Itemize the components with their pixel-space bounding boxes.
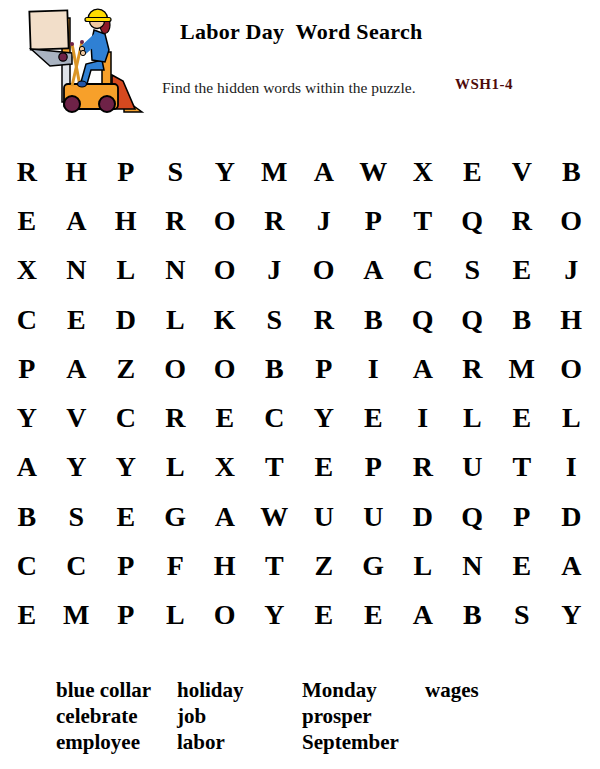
- word-list-item: celebrate: [56, 703, 151, 729]
- grid-cell-r4c9: Q: [398, 295, 448, 344]
- grid-cell-r3c12: J: [547, 246, 597, 295]
- grid-cell-r7c10: U: [448, 443, 498, 492]
- grid-cell-r3c8: A: [349, 246, 399, 295]
- grid-cell-r2c12: O: [547, 196, 597, 245]
- grid-cell-r2c11: R: [497, 196, 547, 245]
- lever-knob: [70, 42, 74, 46]
- grid-cell-r6c9: I: [398, 393, 448, 442]
- grid-cell-r4c11: B: [497, 295, 547, 344]
- grid-cell-r6c4: R: [151, 393, 201, 442]
- grid-cell-r6c6: C: [250, 393, 300, 442]
- grid-cell-r10c10: B: [448, 591, 498, 640]
- grid-cell-r9c3: P: [101, 541, 151, 590]
- grid-cell-r3c11: E: [497, 246, 547, 295]
- grid-cell-r1c9: X: [398, 147, 448, 196]
- instructions-text: Find the hidden words within the puzzle.: [162, 79, 416, 97]
- grid-cell-r8c4: G: [151, 492, 201, 541]
- grid-cell-r7c3: Y: [101, 443, 151, 492]
- grid-cell-r4c8: B: [349, 295, 399, 344]
- word-list-item: labor: [177, 729, 244, 755]
- grid-cell-r2c3: H: [101, 196, 151, 245]
- grid-cell-r5c11: M: [497, 344, 547, 393]
- grid-cell-r8c6: W: [250, 492, 300, 541]
- grid-cell-r9c1: C: [2, 541, 52, 590]
- grid-cell-r6c12: L: [547, 393, 597, 442]
- grid-cell-r1c4: S: [151, 147, 201, 196]
- grid-cell-r5c9: A: [398, 344, 448, 393]
- grid-cell-r5c3: Z: [101, 344, 151, 393]
- grid-cell-r1c7: A: [299, 147, 349, 196]
- word-list: blue collarcelebrateemployee holidayjobl…: [0, 677, 600, 765]
- word-list-item: blue collar: [56, 677, 151, 703]
- grid-cell-r8c8: U: [349, 492, 399, 541]
- grid-cell-r4c5: K: [200, 295, 250, 344]
- grid-cell-r10c2: M: [52, 591, 102, 640]
- grid-cell-r6c10: L: [448, 393, 498, 442]
- word-list-column-3: MondayprosperSeptember: [302, 677, 399, 755]
- forklift-worker-clipart-icon: [28, 4, 146, 118]
- grid-cell-r1c2: H: [52, 147, 102, 196]
- grid-cell-r5c2: A: [52, 344, 102, 393]
- grid-cell-r10c3: P: [101, 591, 151, 640]
- grid-cell-r4c1: C: [2, 295, 52, 344]
- grid-cell-r6c3: C: [101, 393, 151, 442]
- worker-hand: [80, 50, 85, 55]
- word-list-item: Monday: [302, 677, 399, 703]
- grid-cell-r6c11: E: [497, 393, 547, 442]
- grid-cell-r7c2: Y: [52, 443, 102, 492]
- worker-hard-hat-brim: [85, 18, 111, 22]
- grid-cell-r9c8: G: [349, 541, 399, 590]
- grid-cell-r10c4: L: [151, 591, 201, 640]
- grid-cell-r1c6: M: [250, 147, 300, 196]
- grid-cell-r4c6: S: [250, 295, 300, 344]
- grid-cell-r7c7: E: [299, 443, 349, 492]
- grid-cell-r1c8: W: [349, 147, 399, 196]
- grid-cell-r8c12: D: [547, 492, 597, 541]
- grid-cell-r6c2: V: [52, 393, 102, 442]
- grid-cell-r1c3: P: [101, 147, 151, 196]
- grid-cell-r10c12: Y: [547, 591, 597, 640]
- grid-cell-r2c7: J: [299, 196, 349, 245]
- grid-cell-r3c3: L: [101, 246, 151, 295]
- grid-cell-r8c2: S: [52, 492, 102, 541]
- lever-knob: [80, 40, 84, 44]
- grid-cell-r5c7: P: [299, 344, 349, 393]
- grid-cell-r6c8: E: [349, 393, 399, 442]
- grid-cell-r8c10: Q: [448, 492, 498, 541]
- grid-cell-r2c6: R: [250, 196, 300, 245]
- word-list-item: employee: [56, 729, 151, 755]
- grid-cell-r4c2: E: [52, 295, 102, 344]
- grid-cell-r2c4: R: [151, 196, 201, 245]
- grid-cell-r7c5: X: [200, 443, 250, 492]
- word-list-item: wages: [425, 677, 479, 703]
- grid-cell-r9c10: N: [448, 541, 498, 590]
- grid-cell-r2c9: T: [398, 196, 448, 245]
- grid-cell-r3c7: O: [299, 246, 349, 295]
- grid-cell-r3c9: C: [398, 246, 448, 295]
- grid-cell-r7c9: R: [398, 443, 448, 492]
- grid-cell-r1c12: B: [547, 147, 597, 196]
- grid-cell-r2c10: Q: [448, 196, 498, 245]
- grid-cell-r7c4: L: [151, 443, 201, 492]
- grid-cell-r7c11: T: [497, 443, 547, 492]
- grid-cell-r10c1: E: [2, 591, 52, 640]
- worker-legs: [81, 60, 104, 84]
- word-list-column-2: holidayjoblabor: [177, 677, 244, 755]
- grid-cell-r7c8: P: [349, 443, 399, 492]
- worker-shoe: [78, 81, 87, 87]
- grid-cell-r3c1: X: [2, 246, 52, 295]
- worksheet-code: WSH1-4: [455, 76, 513, 93]
- grid-cell-r9c11: E: [497, 541, 547, 590]
- forklift-bolt: [59, 53, 67, 61]
- forklift-front-wheel: [64, 96, 80, 112]
- grid-cell-r7c6: T: [250, 443, 300, 492]
- grid-cell-r8c5: A: [200, 492, 250, 541]
- grid-cell-r5c4: O: [151, 344, 201, 393]
- grid-cell-r3c6: J: [250, 246, 300, 295]
- word-list-item: prosper: [302, 703, 399, 729]
- grid-cell-r10c9: A: [398, 591, 448, 640]
- grid-cell-r8c11: P: [497, 492, 547, 541]
- word-list-item: job: [177, 703, 244, 729]
- grid-cell-r3c5: O: [200, 246, 250, 295]
- grid-cell-r9c6: T: [250, 541, 300, 590]
- grid-cell-r6c7: Y: [299, 393, 349, 442]
- grid-cell-r10c7: E: [299, 591, 349, 640]
- grid-cell-r5c1: P: [2, 344, 52, 393]
- word-search-grid: RHPSYMAWXEVBEAHRORJPTQROXNLNOJOACSEJCEDL…: [2, 147, 596, 640]
- grid-cell-r9c7: Z: [299, 541, 349, 590]
- grid-cell-r10c11: S: [497, 591, 547, 640]
- grid-cell-r9c9: L: [398, 541, 448, 590]
- grid-cell-r9c4: F: [151, 541, 201, 590]
- worksheet-page: Labor Day Word Search Find the hidden wo…: [0, 0, 600, 769]
- grid-cell-r1c11: V: [497, 147, 547, 196]
- grid-cell-r4c10: Q: [448, 295, 498, 344]
- grid-cell-r4c7: R: [299, 295, 349, 344]
- forklift-load-box: [29, 10, 68, 49]
- grid-cell-r7c1: A: [2, 443, 52, 492]
- grid-cell-r9c12: A: [547, 541, 597, 590]
- grid-cell-r9c5: H: [200, 541, 250, 590]
- page-title: Labor Day Word Search: [180, 19, 423, 45]
- grid-cell-r4c12: H: [547, 295, 597, 344]
- grid-cell-r1c10: E: [448, 147, 498, 196]
- word-list-column-1: blue collarcelebrateemployee: [56, 677, 151, 755]
- grid-cell-r8c1: B: [2, 492, 52, 541]
- grid-cell-r1c1: R: [2, 147, 52, 196]
- grid-cell-r2c5: O: [200, 196, 250, 245]
- grid-cell-r5c8: I: [349, 344, 399, 393]
- word-list-item: September: [302, 729, 399, 755]
- grid-cell-r8c3: E: [101, 492, 151, 541]
- grid-cell-r5c5: O: [200, 344, 250, 393]
- grid-cell-r4c3: D: [101, 295, 151, 344]
- grid-cell-r6c5: E: [200, 393, 250, 442]
- grid-cell-r2c1: E: [2, 196, 52, 245]
- grid-cell-r9c2: C: [52, 541, 102, 590]
- forklift-rear-wheel: [99, 96, 115, 112]
- grid-cell-r3c2: N: [52, 246, 102, 295]
- grid-cell-r5c10: R: [448, 344, 498, 393]
- word-list-column-4: wages: [425, 677, 479, 703]
- grid-cell-r6c1: Y: [2, 393, 52, 442]
- grid-cell-r5c12: O: [547, 344, 597, 393]
- grid-cell-r3c10: S: [448, 246, 498, 295]
- grid-cell-r10c5: O: [200, 591, 250, 640]
- grid-cell-r10c8: E: [349, 591, 399, 640]
- word-list-item: holiday: [177, 677, 244, 703]
- grid-cell-r10c6: Y: [250, 591, 300, 640]
- grid-cell-r3c4: N: [151, 246, 201, 295]
- grid-cell-r7c12: I: [547, 443, 597, 492]
- grid-cell-r8c7: U: [299, 492, 349, 541]
- grid-cell-r8c9: D: [398, 492, 448, 541]
- grid-cell-r4c4: L: [151, 295, 201, 344]
- grid-cell-r2c2: A: [52, 196, 102, 245]
- grid-cell-r2c8: P: [349, 196, 399, 245]
- grid-cell-r1c5: Y: [200, 147, 250, 196]
- grid-cell-r5c6: B: [250, 344, 300, 393]
